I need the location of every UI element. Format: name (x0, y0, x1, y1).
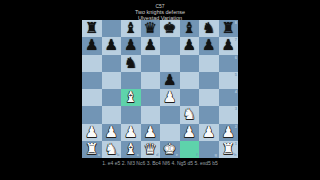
square-h1[interactable]: ♜1h (219, 141, 239, 158)
square-d5[interactable] (141, 72, 161, 89)
square-f1[interactable]: f (180, 141, 200, 158)
square-a3[interactable] (82, 106, 102, 123)
black-pawn: ♟ (163, 72, 176, 89)
square-b1[interactable]: ♞b (102, 141, 122, 158)
square-h5[interactable]: 5 (219, 72, 239, 89)
white-pawn: ♟ (222, 124, 235, 141)
square-g8[interactable]: ♞ (199, 20, 219, 37)
white-knight: ♞ (105, 141, 118, 158)
square-a2[interactable]: ♟ (82, 124, 102, 141)
square-e3[interactable] (160, 106, 180, 123)
file-label-h: h (234, 153, 236, 157)
file-label-g: g (215, 153, 217, 157)
square-g6[interactable] (199, 55, 219, 72)
black-pawn: ♟ (144, 37, 157, 54)
white-pawn: ♟ (183, 124, 196, 141)
square-d3[interactable] (141, 106, 161, 123)
square-c4[interactable]: ♝ (121, 89, 141, 106)
white-pawn: ♟ (163, 89, 176, 106)
file-label-e: e (176, 153, 178, 157)
rank-label-5: 5 (235, 73, 237, 77)
black-knight: ♞ (202, 20, 215, 37)
rank-label-2: 2 (235, 125, 237, 129)
square-c3[interactable] (121, 106, 141, 123)
square-e4[interactable]: ♟ (160, 89, 180, 106)
black-pawn: ♟ (85, 37, 98, 54)
square-h6[interactable]: 6 (219, 55, 239, 72)
square-c2[interactable]: ♟ (121, 124, 141, 141)
square-b3[interactable] (102, 106, 122, 123)
black-king: ♚ (163, 20, 176, 37)
white-bishop: ♝ (124, 141, 137, 158)
black-rook: ♜ (222, 20, 235, 37)
square-b4[interactable] (102, 89, 122, 106)
square-a6[interactable] (82, 55, 102, 72)
square-e5[interactable]: ♟ (160, 72, 180, 89)
white-pawn: ♟ (85, 124, 98, 141)
black-bishop: ♝ (124, 20, 137, 37)
square-a1[interactable]: ♜a (82, 141, 102, 158)
white-queen: ♛ (144, 141, 157, 158)
white-bishop: ♝ (124, 89, 137, 106)
square-c1[interactable]: ♝c (121, 141, 141, 158)
black-pawn: ♟ (105, 37, 118, 54)
square-e2[interactable] (160, 124, 180, 141)
square-a4[interactable] (82, 89, 102, 106)
black-rook: ♜ (85, 20, 98, 37)
square-g7[interactable]: ♟ (199, 37, 219, 54)
file-label-f: f (196, 153, 197, 157)
square-e6[interactable] (160, 55, 180, 72)
square-c7[interactable]: ♟ (121, 37, 141, 54)
square-g4[interactable] (199, 89, 219, 106)
square-d8[interactable]: ♛ (141, 20, 161, 37)
video-frame: C57 Two knights defense Ulvestad Variati… (0, 0, 320, 180)
white-pawn: ♟ (124, 124, 137, 141)
square-g1[interactable]: g (199, 141, 219, 158)
square-g3[interactable] (199, 106, 219, 123)
file-label-c: c (137, 153, 139, 157)
square-f7[interactable]: ♟ (180, 37, 200, 54)
square-g2[interactable]: ♟ (199, 124, 219, 141)
white-king: ♚ (163, 141, 176, 158)
white-pawn: ♟ (202, 124, 215, 141)
square-f4[interactable] (180, 89, 200, 106)
square-h8[interactable]: ♜8 (219, 20, 239, 37)
square-f2[interactable]: ♟ (180, 124, 200, 141)
square-b5[interactable] (102, 72, 122, 89)
white-rook: ♜ (85, 141, 98, 158)
black-queen: ♛ (144, 20, 157, 37)
black-pawn: ♟ (202, 37, 215, 54)
square-h7[interactable]: ♟7 (219, 37, 239, 54)
rank-label-3: 3 (235, 107, 237, 111)
rank-label-6: 6 (235, 56, 237, 60)
square-f8[interactable]: ♝ (180, 20, 200, 37)
rank-label-4: 4 (235, 90, 237, 94)
square-a5[interactable] (82, 72, 102, 89)
black-pawn: ♟ (183, 37, 196, 54)
square-e1[interactable]: ♚e (160, 141, 180, 158)
black-knight: ♞ (124, 55, 137, 72)
square-a7[interactable]: ♟ (82, 37, 102, 54)
square-f5[interactable] (180, 72, 200, 89)
black-bishop: ♝ (183, 20, 196, 37)
square-b8[interactable] (102, 20, 122, 37)
square-c8[interactable]: ♝ (121, 20, 141, 37)
square-f6[interactable] (180, 55, 200, 72)
white-knight: ♞ (183, 106, 196, 123)
square-c6[interactable]: ♞ (121, 55, 141, 72)
square-b6[interactable] (102, 55, 122, 72)
square-f3[interactable]: ♞ (180, 106, 200, 123)
move-list: 1. e4 e5 2. Nf3 Nc6 3. Bc4 Nf6 4. Ng5 d5… (0, 160, 320, 166)
square-g5[interactable] (199, 72, 219, 89)
white-rook: ♜ (222, 141, 235, 158)
square-h2[interactable]: ♟2 (219, 124, 239, 141)
black-pawn: ♟ (222, 37, 235, 54)
white-pawn: ♟ (144, 124, 157, 141)
square-d4[interactable] (141, 89, 161, 106)
square-h4[interactable]: 4 (219, 89, 239, 106)
square-d6[interactable] (141, 55, 161, 72)
square-d7[interactable]: ♟ (141, 37, 161, 54)
rank-label-1: 1 (235, 142, 237, 146)
file-label-d: d (156, 153, 158, 157)
black-pawn: ♟ (124, 37, 137, 54)
square-d2[interactable]: ♟ (141, 124, 161, 141)
square-b2[interactable]: ♟ (102, 124, 122, 141)
square-e8[interactable]: ♚ (160, 20, 180, 37)
square-e7[interactable] (160, 37, 180, 54)
square-a8[interactable]: ♜ (82, 20, 102, 37)
rank-label-7: 7 (235, 38, 237, 42)
square-h3[interactable]: 3 (219, 106, 239, 123)
opening-header: C57 Two knights defense Ulvestad Variati… (0, 3, 320, 21)
file-label-b: b (117, 153, 119, 157)
square-d1[interactable]: ♛d (141, 141, 161, 158)
rank-label-8: 8 (235, 21, 237, 25)
square-b7[interactable]: ♟ (102, 37, 122, 54)
square-c5[interactable] (121, 72, 141, 89)
chess-board: ♜♝♛♚♝♞♜8♟♟♟♟♟♟♟7♞6♟5♝♟4♞3♟♟♟♟♟♟♟2♜a♞b♝c♛… (82, 20, 238, 158)
file-label-a: a (98, 153, 100, 157)
white-pawn: ♟ (105, 124, 118, 141)
